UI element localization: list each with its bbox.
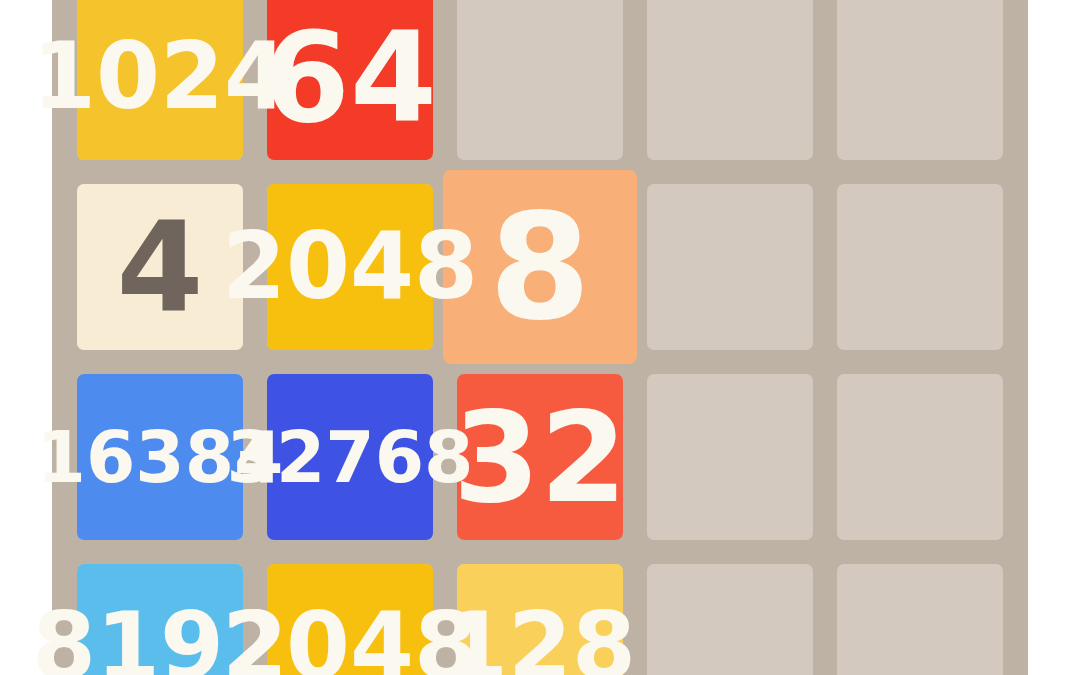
- tile-128: 128: [457, 564, 623, 675]
- tile-value: 32: [453, 395, 627, 520]
- empty-cell: [457, 0, 623, 160]
- tile-4: 4: [77, 184, 243, 350]
- tile-32768: 32768: [267, 374, 433, 540]
- tile-16384: 16384: [77, 374, 243, 540]
- tile-value: 1024: [32, 31, 288, 123]
- tile-2048: 2048: [267, 564, 433, 675]
- board-2048[interactable]: 10246442048816384327683281922048128: [52, 0, 1028, 675]
- empty-cell: [837, 374, 1003, 540]
- tile-64: 64: [267, 0, 433, 160]
- empty-cell: [647, 564, 813, 675]
- tile-value: 32768: [227, 422, 474, 493]
- empty-cell: [647, 0, 813, 160]
- empty-cell: [837, 0, 1003, 160]
- empty-cell: [837, 184, 1003, 350]
- empty-cell: [647, 374, 813, 540]
- viewport: 10246442048816384327683281922048128: [0, 0, 1080, 675]
- tile-1024: 1024: [77, 0, 243, 160]
- tile-value: 8: [489, 194, 591, 340]
- tile-value: 128: [444, 601, 636, 675]
- tile-value: 2048: [222, 221, 478, 313]
- empty-cell: [837, 564, 1003, 675]
- tile-32: 32: [457, 374, 623, 540]
- tile-value: 2048: [222, 601, 478, 675]
- tile-2048: 2048: [267, 184, 433, 350]
- tile-value: 4: [117, 205, 204, 330]
- empty-cell: [647, 184, 813, 350]
- tile-8192: 8192: [77, 564, 243, 675]
- tile-value: 64: [263, 15, 437, 140]
